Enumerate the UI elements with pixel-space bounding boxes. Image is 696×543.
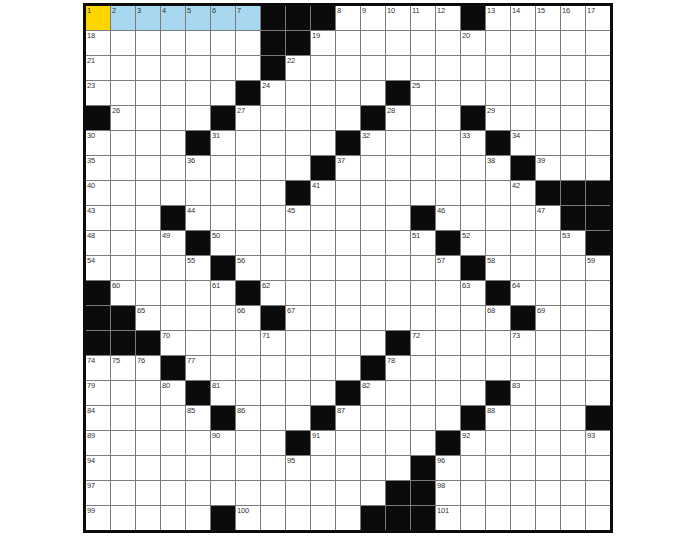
cell-r4c15[interactable] bbox=[436, 81, 460, 105]
cell-r19c10[interactable] bbox=[311, 456, 335, 480]
cell-r2c20[interactable] bbox=[561, 31, 585, 55]
cell-r6c14[interactable] bbox=[411, 131, 435, 155]
cell-r5c4[interactable] bbox=[161, 106, 185, 130]
cell-r3c3[interactable] bbox=[136, 56, 160, 80]
cell-r8c6[interactable] bbox=[211, 181, 235, 205]
cell-r3c11[interactable] bbox=[336, 56, 360, 80]
cell-r20c11[interactable] bbox=[336, 481, 360, 505]
cell-r9c12[interactable] bbox=[361, 206, 385, 230]
cell-r2c4[interactable] bbox=[161, 31, 185, 55]
cell-r2c17[interactable] bbox=[486, 31, 510, 55]
cell-r10c20[interactable]: 53 bbox=[561, 231, 585, 255]
cell-r9c10[interactable] bbox=[311, 206, 335, 230]
cell-r13c11[interactable] bbox=[336, 306, 360, 330]
cell-r5c11[interactable] bbox=[336, 106, 360, 130]
cell-r16c10[interactable] bbox=[311, 381, 335, 405]
cell-r14c9[interactable] bbox=[286, 331, 310, 355]
cell-r14c16[interactable] bbox=[461, 331, 485, 355]
cell-r12c8[interactable]: 62 bbox=[261, 281, 285, 305]
cell-r7c13[interactable] bbox=[386, 156, 410, 180]
cell-r20c6[interactable] bbox=[211, 481, 235, 505]
cell-r8c5[interactable] bbox=[186, 181, 210, 205]
cell-r16c16[interactable] bbox=[461, 381, 485, 405]
cell-r20c8[interactable] bbox=[261, 481, 285, 505]
cell-r16c3[interactable] bbox=[136, 381, 160, 405]
cell-r20c12[interactable] bbox=[361, 481, 385, 505]
cell-r5c8[interactable] bbox=[261, 106, 285, 130]
cell-r15c13[interactable]: 78 bbox=[386, 356, 410, 380]
cell-r19c12[interactable] bbox=[361, 456, 385, 480]
cell-r20c20[interactable] bbox=[561, 481, 585, 505]
cell-r19c15[interactable]: 96 bbox=[436, 456, 460, 480]
cell-r7c16[interactable] bbox=[461, 156, 485, 180]
cell-r9c17[interactable] bbox=[486, 206, 510, 230]
cell-r7c12[interactable] bbox=[361, 156, 385, 180]
cell-r14c20[interactable] bbox=[561, 331, 585, 355]
cell-r1c11[interactable]: 8 bbox=[336, 6, 360, 30]
cell-r12c4[interactable] bbox=[161, 281, 185, 305]
cell-r10c7[interactable] bbox=[236, 231, 260, 255]
cell-r8c15[interactable] bbox=[436, 181, 460, 205]
cell-r15c8[interactable] bbox=[261, 356, 285, 380]
cell-r8c10[interactable]: 41 bbox=[311, 181, 335, 205]
cell-r11c11[interactable] bbox=[336, 256, 360, 280]
cell-r15c5[interactable]: 77 bbox=[186, 356, 210, 380]
cell-r4c3[interactable] bbox=[136, 81, 160, 105]
cell-r12c13[interactable] bbox=[386, 281, 410, 305]
cell-r17c13[interactable] bbox=[386, 406, 410, 430]
cell-r4c5[interactable] bbox=[186, 81, 210, 105]
cell-r4c6[interactable] bbox=[211, 81, 235, 105]
cell-r13c21[interactable] bbox=[586, 306, 610, 330]
cell-r16c1[interactable]: 79 bbox=[86, 381, 110, 405]
cell-r21c21[interactable] bbox=[586, 506, 610, 530]
cell-r10c19[interactable] bbox=[536, 231, 560, 255]
cell-r17c4[interactable] bbox=[161, 406, 185, 430]
cell-r17c17[interactable]: 88 bbox=[486, 406, 510, 430]
cell-r7c6[interactable] bbox=[211, 156, 235, 180]
cell-r13c7[interactable]: 66 bbox=[236, 306, 260, 330]
cell-r16c6[interactable]: 81 bbox=[211, 381, 235, 405]
cell-r17c11[interactable]: 87 bbox=[336, 406, 360, 430]
cell-r17c1[interactable]: 84 bbox=[86, 406, 110, 430]
cell-r20c2[interactable] bbox=[111, 481, 135, 505]
cell-r21c17[interactable] bbox=[486, 506, 510, 530]
cell-r17c20[interactable] bbox=[561, 406, 585, 430]
cell-r10c18[interactable] bbox=[511, 231, 535, 255]
cell-r10c11[interactable] bbox=[336, 231, 360, 255]
cell-r18c3[interactable] bbox=[136, 431, 160, 455]
cell-r9c8[interactable] bbox=[261, 206, 285, 230]
cell-r15c18[interactable] bbox=[511, 356, 535, 380]
cell-r16c7[interactable] bbox=[236, 381, 260, 405]
cell-r13c4[interactable] bbox=[161, 306, 185, 330]
cell-r4c10[interactable] bbox=[311, 81, 335, 105]
cell-r18c16[interactable]: 92 bbox=[461, 431, 485, 455]
cell-r16c19[interactable] bbox=[536, 381, 560, 405]
cell-r1c4[interactable]: 4 bbox=[161, 6, 185, 30]
cell-r17c2[interactable] bbox=[111, 406, 135, 430]
cell-r6c12[interactable]: 32 bbox=[361, 131, 385, 155]
cell-r20c4[interactable] bbox=[161, 481, 185, 505]
cell-r5c21[interactable] bbox=[586, 106, 610, 130]
cell-r16c2[interactable] bbox=[111, 381, 135, 405]
cell-r20c9[interactable] bbox=[286, 481, 310, 505]
cell-r4c17[interactable] bbox=[486, 81, 510, 105]
cell-r18c1[interactable]: 89 bbox=[86, 431, 110, 455]
cell-r2c6[interactable] bbox=[211, 31, 235, 55]
cell-r6c7[interactable] bbox=[236, 131, 260, 155]
cell-r12c19[interactable] bbox=[536, 281, 560, 305]
cell-r10c10[interactable] bbox=[311, 231, 335, 255]
cell-r5c17[interactable]: 29 bbox=[486, 106, 510, 130]
cell-r11c20[interactable] bbox=[561, 256, 585, 280]
cell-r13c3[interactable]: 65 bbox=[136, 306, 160, 330]
cell-r4c11[interactable] bbox=[336, 81, 360, 105]
cell-r7c9[interactable] bbox=[286, 156, 310, 180]
cell-r21c18[interactable] bbox=[511, 506, 535, 530]
cell-r21c2[interactable] bbox=[111, 506, 135, 530]
cell-r11c2[interactable] bbox=[111, 256, 135, 280]
cell-r21c1[interactable]: 99 bbox=[86, 506, 110, 530]
cell-r8c13[interactable] bbox=[386, 181, 410, 205]
cell-r6c6[interactable]: 31 bbox=[211, 131, 235, 155]
cell-r13c20[interactable] bbox=[561, 306, 585, 330]
cell-r18c13[interactable] bbox=[386, 431, 410, 455]
cell-r21c11[interactable] bbox=[336, 506, 360, 530]
cell-r6c3[interactable] bbox=[136, 131, 160, 155]
cell-r1c20[interactable]: 16 bbox=[561, 6, 585, 30]
cell-r19c8[interactable] bbox=[261, 456, 285, 480]
cell-r10c8[interactable] bbox=[261, 231, 285, 255]
cell-r2c10[interactable]: 19 bbox=[311, 31, 335, 55]
cell-r21c3[interactable] bbox=[136, 506, 160, 530]
cell-r19c21[interactable] bbox=[586, 456, 610, 480]
cell-r11c21[interactable]: 59 bbox=[586, 256, 610, 280]
cell-r4c12[interactable] bbox=[361, 81, 385, 105]
cell-r6c8[interactable] bbox=[261, 131, 285, 155]
cell-r19c1[interactable]: 94 bbox=[86, 456, 110, 480]
cell-r14c15[interactable] bbox=[436, 331, 460, 355]
cell-r2c7[interactable] bbox=[236, 31, 260, 55]
cell-r21c10[interactable] bbox=[311, 506, 335, 530]
cell-r13c15[interactable] bbox=[436, 306, 460, 330]
cell-r1c18[interactable]: 14 bbox=[511, 6, 535, 30]
cell-r7c15[interactable] bbox=[436, 156, 460, 180]
cell-r11c8[interactable] bbox=[261, 256, 285, 280]
cell-r6c9[interactable] bbox=[286, 131, 310, 155]
cell-r3c20[interactable] bbox=[561, 56, 585, 80]
cell-r20c18[interactable] bbox=[511, 481, 535, 505]
cell-r15c3[interactable]: 76 bbox=[136, 356, 160, 380]
cell-r5c3[interactable] bbox=[136, 106, 160, 130]
cell-r8c2[interactable] bbox=[111, 181, 135, 205]
cell-r16c18[interactable]: 83 bbox=[511, 381, 535, 405]
cell-r2c1[interactable]: 18 bbox=[86, 31, 110, 55]
cell-r1c14[interactable]: 11 bbox=[411, 6, 435, 30]
cell-r19c16[interactable] bbox=[461, 456, 485, 480]
cell-r7c5[interactable]: 36 bbox=[186, 156, 210, 180]
cell-r4c1[interactable]: 23 bbox=[86, 81, 110, 105]
cell-r16c21[interactable] bbox=[586, 381, 610, 405]
cell-r12c9[interactable] bbox=[286, 281, 310, 305]
cell-r11c4[interactable] bbox=[161, 256, 185, 280]
cell-r2c13[interactable] bbox=[386, 31, 410, 55]
cell-r3c14[interactable] bbox=[411, 56, 435, 80]
cell-r15c6[interactable] bbox=[211, 356, 235, 380]
cell-r17c14[interactable] bbox=[411, 406, 435, 430]
cell-r2c12[interactable] bbox=[361, 31, 385, 55]
cell-r18c20[interactable] bbox=[561, 431, 585, 455]
cell-r3c16[interactable] bbox=[461, 56, 485, 80]
cell-r7c11[interactable]: 37 bbox=[336, 156, 360, 180]
cell-r18c6[interactable]: 90 bbox=[211, 431, 235, 455]
cell-r1c6[interactable]: 6 bbox=[211, 6, 235, 30]
cell-r14c6[interactable] bbox=[211, 331, 235, 355]
cell-r11c7[interactable]: 56 bbox=[236, 256, 260, 280]
cell-r1c5[interactable]: 5 bbox=[186, 6, 210, 30]
cell-r2c16[interactable]: 20 bbox=[461, 31, 485, 55]
cell-r6c21[interactable] bbox=[586, 131, 610, 155]
cell-r7c7[interactable] bbox=[236, 156, 260, 180]
cell-r12c6[interactable]: 61 bbox=[211, 281, 235, 305]
cell-r11c19[interactable] bbox=[536, 256, 560, 280]
cell-r5c10[interactable] bbox=[311, 106, 335, 130]
cell-r14c19[interactable] bbox=[536, 331, 560, 355]
cell-r14c11[interactable] bbox=[336, 331, 360, 355]
cell-r4c8[interactable]: 24 bbox=[261, 81, 285, 105]
cell-r9c9[interactable]: 45 bbox=[286, 206, 310, 230]
cell-r9c7[interactable] bbox=[236, 206, 260, 230]
cell-r21c7[interactable]: 100 bbox=[236, 506, 260, 530]
cell-r18c18[interactable] bbox=[511, 431, 535, 455]
cell-r6c15[interactable] bbox=[436, 131, 460, 155]
cell-r1c12[interactable]: 9 bbox=[361, 6, 385, 30]
cell-r4c4[interactable] bbox=[161, 81, 185, 105]
cell-r14c4[interactable]: 70 bbox=[161, 331, 185, 355]
cell-r19c11[interactable] bbox=[336, 456, 360, 480]
cell-r3c17[interactable] bbox=[486, 56, 510, 80]
cell-r15c1[interactable]: 74 bbox=[86, 356, 110, 380]
cell-r9c5[interactable]: 44 bbox=[186, 206, 210, 230]
cell-r15c21[interactable] bbox=[586, 356, 610, 380]
cell-r14c7[interactable] bbox=[236, 331, 260, 355]
cell-r11c14[interactable] bbox=[411, 256, 435, 280]
cell-r16c9[interactable] bbox=[286, 381, 310, 405]
cell-r10c13[interactable] bbox=[386, 231, 410, 255]
cell-r20c1[interactable]: 97 bbox=[86, 481, 110, 505]
cell-r7c19[interactable]: 39 bbox=[536, 156, 560, 180]
cell-r5c20[interactable] bbox=[561, 106, 585, 130]
cell-r9c2[interactable] bbox=[111, 206, 135, 230]
cell-r10c14[interactable]: 51 bbox=[411, 231, 435, 255]
cell-r5c19[interactable] bbox=[536, 106, 560, 130]
cell-r16c8[interactable] bbox=[261, 381, 285, 405]
cell-r10c2[interactable] bbox=[111, 231, 135, 255]
cell-r18c14[interactable] bbox=[411, 431, 435, 455]
cell-r9c16[interactable] bbox=[461, 206, 485, 230]
cell-r21c15[interactable]: 101 bbox=[436, 506, 460, 530]
cell-r2c3[interactable] bbox=[136, 31, 160, 55]
cell-r9c6[interactable] bbox=[211, 206, 235, 230]
cell-r20c16[interactable] bbox=[461, 481, 485, 505]
cell-r10c12[interactable] bbox=[361, 231, 385, 255]
cell-r21c8[interactable] bbox=[261, 506, 285, 530]
cell-r13c12[interactable] bbox=[361, 306, 385, 330]
cell-r7c3[interactable] bbox=[136, 156, 160, 180]
cell-r10c16[interactable]: 52 bbox=[461, 231, 485, 255]
cell-r9c18[interactable] bbox=[511, 206, 535, 230]
cell-r2c19[interactable] bbox=[536, 31, 560, 55]
cell-r18c12[interactable] bbox=[361, 431, 385, 455]
cell-r6c1[interactable]: 30 bbox=[86, 131, 110, 155]
cell-r3c5[interactable] bbox=[186, 56, 210, 80]
cell-r16c20[interactable] bbox=[561, 381, 585, 405]
cell-r7c21[interactable] bbox=[586, 156, 610, 180]
cell-r19c18[interactable] bbox=[511, 456, 535, 480]
cell-r17c15[interactable] bbox=[436, 406, 460, 430]
cell-r19c4[interactable] bbox=[161, 456, 185, 480]
cell-r3c13[interactable] bbox=[386, 56, 410, 80]
cell-r21c9[interactable] bbox=[286, 506, 310, 530]
cell-r3c7[interactable] bbox=[236, 56, 260, 80]
cell-r12c12[interactable] bbox=[361, 281, 385, 305]
cell-r18c19[interactable] bbox=[536, 431, 560, 455]
cell-r7c14[interactable] bbox=[411, 156, 435, 180]
cell-r8c4[interactable] bbox=[161, 181, 185, 205]
cell-r20c10[interactable] bbox=[311, 481, 335, 505]
cell-r19c3[interactable] bbox=[136, 456, 160, 480]
cell-r3c2[interactable] bbox=[111, 56, 135, 80]
cell-r13c19[interactable]: 69 bbox=[536, 306, 560, 330]
cell-r21c19[interactable] bbox=[536, 506, 560, 530]
cell-r18c17[interactable] bbox=[486, 431, 510, 455]
cell-r17c3[interactable] bbox=[136, 406, 160, 430]
cell-r13c16[interactable] bbox=[461, 306, 485, 330]
cell-r6c2[interactable] bbox=[111, 131, 135, 155]
cell-r16c12[interactable]: 82 bbox=[361, 381, 385, 405]
cell-r8c1[interactable]: 40 bbox=[86, 181, 110, 205]
cell-r5c14[interactable] bbox=[411, 106, 435, 130]
cell-r10c1[interactable]: 48 bbox=[86, 231, 110, 255]
cell-r16c4[interactable]: 80 bbox=[161, 381, 185, 405]
cell-r13c5[interactable] bbox=[186, 306, 210, 330]
cell-r3c21[interactable] bbox=[586, 56, 610, 80]
cell-r3c6[interactable] bbox=[211, 56, 235, 80]
cell-r3c12[interactable] bbox=[361, 56, 385, 80]
cell-r4c18[interactable] bbox=[511, 81, 535, 105]
cell-r8c8[interactable] bbox=[261, 181, 285, 205]
cell-r14c10[interactable] bbox=[311, 331, 335, 355]
cell-r8c16[interactable] bbox=[461, 181, 485, 205]
cell-r10c6[interactable]: 50 bbox=[211, 231, 235, 255]
cell-r10c17[interactable] bbox=[486, 231, 510, 255]
cell-r8c12[interactable] bbox=[361, 181, 385, 205]
cell-r20c3[interactable] bbox=[136, 481, 160, 505]
cell-r7c17[interactable]: 38 bbox=[486, 156, 510, 180]
cell-r8c7[interactable] bbox=[236, 181, 260, 205]
cell-r3c1[interactable]: 21 bbox=[86, 56, 110, 80]
cell-r3c10[interactable] bbox=[311, 56, 335, 80]
cell-r11c13[interactable] bbox=[386, 256, 410, 280]
cell-r19c17[interactable] bbox=[486, 456, 510, 480]
cell-r7c2[interactable] bbox=[111, 156, 135, 180]
cell-r8c3[interactable] bbox=[136, 181, 160, 205]
cell-r13c10[interactable] bbox=[311, 306, 335, 330]
cell-r2c5[interactable] bbox=[186, 31, 210, 55]
cell-r6c13[interactable] bbox=[386, 131, 410, 155]
cell-r13c14[interactable] bbox=[411, 306, 435, 330]
cell-r20c17[interactable] bbox=[486, 481, 510, 505]
cell-r9c1[interactable]: 43 bbox=[86, 206, 110, 230]
cell-r18c8[interactable] bbox=[261, 431, 285, 455]
cell-r19c5[interactable] bbox=[186, 456, 210, 480]
cell-r11c15[interactable]: 57 bbox=[436, 256, 460, 280]
cell-r21c16[interactable] bbox=[461, 506, 485, 530]
cell-r18c5[interactable] bbox=[186, 431, 210, 455]
cell-r13c17[interactable]: 68 bbox=[486, 306, 510, 330]
cell-r6c19[interactable] bbox=[536, 131, 560, 155]
cell-r11c3[interactable] bbox=[136, 256, 160, 280]
cell-r7c20[interactable] bbox=[561, 156, 585, 180]
cell-r12c15[interactable] bbox=[436, 281, 460, 305]
cell-r20c5[interactable] bbox=[186, 481, 210, 505]
cell-r15c9[interactable] bbox=[286, 356, 310, 380]
cell-r5c15[interactable] bbox=[436, 106, 460, 130]
cell-r21c20[interactable] bbox=[561, 506, 585, 530]
cell-r7c4[interactable] bbox=[161, 156, 185, 180]
cell-r2c11[interactable] bbox=[336, 31, 360, 55]
cell-r3c15[interactable] bbox=[436, 56, 460, 80]
cell-r12c21[interactable] bbox=[586, 281, 610, 305]
cell-r17c9[interactable] bbox=[286, 406, 310, 430]
cell-r10c9[interactable] bbox=[286, 231, 310, 255]
cell-r4c20[interactable] bbox=[561, 81, 585, 105]
cell-r8c17[interactable] bbox=[486, 181, 510, 205]
cell-r12c20[interactable] bbox=[561, 281, 585, 305]
cell-r14c17[interactable] bbox=[486, 331, 510, 355]
cell-r19c19[interactable] bbox=[536, 456, 560, 480]
cell-r12c5[interactable] bbox=[186, 281, 210, 305]
cell-r18c2[interactable] bbox=[111, 431, 135, 455]
cell-r12c14[interactable] bbox=[411, 281, 435, 305]
cell-r19c13[interactable] bbox=[386, 456, 410, 480]
cell-r3c9[interactable]: 22 bbox=[286, 56, 310, 80]
cell-r18c21[interactable]: 93 bbox=[586, 431, 610, 455]
cell-r15c15[interactable] bbox=[436, 356, 460, 380]
cell-r15c20[interactable] bbox=[561, 356, 585, 380]
cell-r8c11[interactable] bbox=[336, 181, 360, 205]
cell-r18c7[interactable] bbox=[236, 431, 260, 455]
cell-r5c7[interactable]: 27 bbox=[236, 106, 260, 130]
cell-r15c19[interactable] bbox=[536, 356, 560, 380]
cell-r5c5[interactable] bbox=[186, 106, 210, 130]
cell-r15c11[interactable] bbox=[336, 356, 360, 380]
cell-r14c14[interactable]: 72 bbox=[411, 331, 435, 355]
cell-r4c9[interactable] bbox=[286, 81, 310, 105]
cell-r1c15[interactable]: 12 bbox=[436, 6, 460, 30]
cell-r11c5[interactable]: 55 bbox=[186, 256, 210, 280]
cell-r19c9[interactable]: 95 bbox=[286, 456, 310, 480]
cell-r11c12[interactable] bbox=[361, 256, 385, 280]
cell-r13c9[interactable]: 67 bbox=[286, 306, 310, 330]
cell-r14c12[interactable] bbox=[361, 331, 385, 355]
cell-r15c17[interactable] bbox=[486, 356, 510, 380]
cell-r20c19[interactable] bbox=[536, 481, 560, 505]
cell-r17c18[interactable] bbox=[511, 406, 535, 430]
cell-r9c3[interactable] bbox=[136, 206, 160, 230]
cell-r16c13[interactable] bbox=[386, 381, 410, 405]
